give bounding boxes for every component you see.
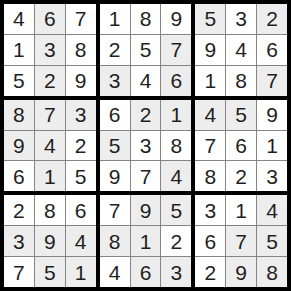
cell-r3c5[interactable]: 4: [131, 66, 161, 96]
cell-r2c9[interactable]: 6: [257, 35, 287, 65]
cell-r9c4[interactable]: 4: [100, 257, 130, 287]
block-1-3: 532946187: [195, 4, 287, 96]
cell-r3c7[interactable]: 1: [195, 66, 225, 96]
cell-r8c1-given[interactable]: 3: [4, 226, 34, 256]
cell-r2c2-given[interactable]: 3: [35, 35, 65, 65]
cell-r1c7-given[interactable]: 5: [195, 4, 225, 34]
cell-r6c6-given[interactable]: 4: [161, 161, 191, 191]
block-2-3: 459761823: [195, 100, 287, 192]
cell-r1c6[interactable]: 9: [161, 4, 191, 34]
block-3-2: 795812463: [100, 195, 192, 287]
cell-r9c7[interactable]: 2: [195, 257, 225, 287]
cell-r8c8-given[interactable]: 7: [226, 226, 256, 256]
cell-r5c9[interactable]: 1: [257, 131, 287, 161]
sudoku-board: 4671385291892573465329461878739426156215…: [0, 0, 291, 291]
cell-r3c1[interactable]: 5: [4, 66, 34, 96]
cell-r8c5-given[interactable]: 1: [131, 226, 161, 256]
cell-r5c4-given[interactable]: 5: [100, 131, 130, 161]
cell-r6c8[interactable]: 2: [226, 161, 256, 191]
cell-r5c5[interactable]: 3: [131, 131, 161, 161]
cell-r3c8[interactable]: 8: [226, 66, 256, 96]
cell-r1c3[interactable]: 7: [66, 4, 96, 34]
block-1-2: 189257346: [100, 4, 192, 96]
cell-r9c8-given[interactable]: 9: [226, 257, 256, 287]
cell-r6c2-given[interactable]: 1: [35, 161, 65, 191]
block-3-3: 314675298: [195, 195, 287, 287]
cell-r5c8[interactable]: 6: [226, 131, 256, 161]
cell-r8c6[interactable]: 2: [161, 226, 191, 256]
cell-r4c9[interactable]: 9: [257, 100, 287, 130]
cell-r6c5[interactable]: 7: [131, 161, 161, 191]
cell-r7c2[interactable]: 8: [35, 195, 65, 225]
cell-r1c4[interactable]: 1: [100, 4, 130, 34]
cell-r8c9-given[interactable]: 5: [257, 226, 287, 256]
cell-r4c3-given[interactable]: 3: [66, 100, 96, 130]
cell-r2c8[interactable]: 4: [226, 35, 256, 65]
cell-r4c6-given[interactable]: 1: [161, 100, 191, 130]
cell-r6c1[interactable]: 6: [4, 161, 34, 191]
cell-r7c7[interactable]: 3: [195, 195, 225, 225]
cell-r2c1[interactable]: 1: [4, 35, 34, 65]
cell-r4c1-given[interactable]: 8: [4, 100, 34, 130]
cell-r2c4[interactable]: 2: [100, 35, 130, 65]
cell-r1c8[interactable]: 3: [226, 4, 256, 34]
cell-r9c9-given[interactable]: 8: [257, 257, 287, 287]
cell-r7c4[interactable]: 7: [100, 195, 130, 225]
cell-r9c2-given[interactable]: 5: [35, 257, 65, 287]
cell-r6c4[interactable]: 9: [100, 161, 130, 191]
cell-r2c5[interactable]: 5: [131, 35, 161, 65]
cell-r5c1-given[interactable]: 9: [4, 131, 34, 161]
cell-r2c7[interactable]: 9: [195, 35, 225, 65]
cell-r7c1[interactable]: 2: [4, 195, 34, 225]
cell-r2c3[interactable]: 8: [66, 35, 96, 65]
cell-r4c7-given[interactable]: 4: [195, 100, 225, 130]
cell-r3c9-given[interactable]: 7: [257, 66, 287, 96]
cell-r9c1[interactable]: 7: [4, 257, 34, 287]
cell-r7c9-given[interactable]: 4: [257, 195, 287, 225]
cell-r8c3-given[interactable]: 4: [66, 226, 96, 256]
cell-r4c2-given[interactable]: 7: [35, 100, 65, 130]
block-2-2: 621538974: [100, 100, 192, 192]
block-3-1: 286394751: [4, 195, 96, 287]
cell-r9c3-given[interactable]: 1: [66, 257, 96, 287]
cell-r3c3[interactable]: 9: [66, 66, 96, 96]
cell-r1c9-given[interactable]: 2: [257, 4, 287, 34]
cell-r5c6[interactable]: 8: [161, 131, 191, 161]
cell-r7c5-given[interactable]: 9: [131, 195, 161, 225]
cell-r8c7[interactable]: 6: [195, 226, 225, 256]
cell-r1c5[interactable]: 8: [131, 4, 161, 34]
cell-r7c8[interactable]: 1: [226, 195, 256, 225]
cell-r6c7[interactable]: 8: [195, 161, 225, 191]
cell-r4c8-given[interactable]: 5: [226, 100, 256, 130]
cell-r1c1[interactable]: 4: [4, 4, 34, 34]
cell-r1c2-given[interactable]: 6: [35, 4, 65, 34]
cell-r7c6-given[interactable]: 5: [161, 195, 191, 225]
cell-r5c3[interactable]: 2: [66, 131, 96, 161]
cell-r7c3[interactable]: 6: [66, 195, 96, 225]
cell-r4c4[interactable]: 6: [100, 100, 130, 130]
cell-r5c2-given[interactable]: 4: [35, 131, 65, 161]
cell-r8c2-given[interactable]: 9: [35, 226, 65, 256]
cell-r6c3[interactable]: 5: [66, 161, 96, 191]
block-2-1: 873942615: [4, 100, 96, 192]
block-1-1: 467138529: [4, 4, 96, 96]
cell-r2c6-given[interactable]: 7: [161, 35, 191, 65]
cell-r3c4-given[interactable]: 3: [100, 66, 130, 96]
cell-r5c7[interactable]: 7: [195, 131, 225, 161]
cell-r3c2-given[interactable]: 2: [35, 66, 65, 96]
cell-r4c5-given[interactable]: 2: [131, 100, 161, 130]
cell-r8c4-given[interactable]: 8: [100, 226, 130, 256]
cell-r9c6-given[interactable]: 3: [161, 257, 191, 287]
cell-r3c6-given[interactable]: 6: [161, 66, 191, 96]
cell-r6c9[interactable]: 3: [257, 161, 287, 191]
cell-r9c5-given[interactable]: 6: [131, 257, 161, 287]
